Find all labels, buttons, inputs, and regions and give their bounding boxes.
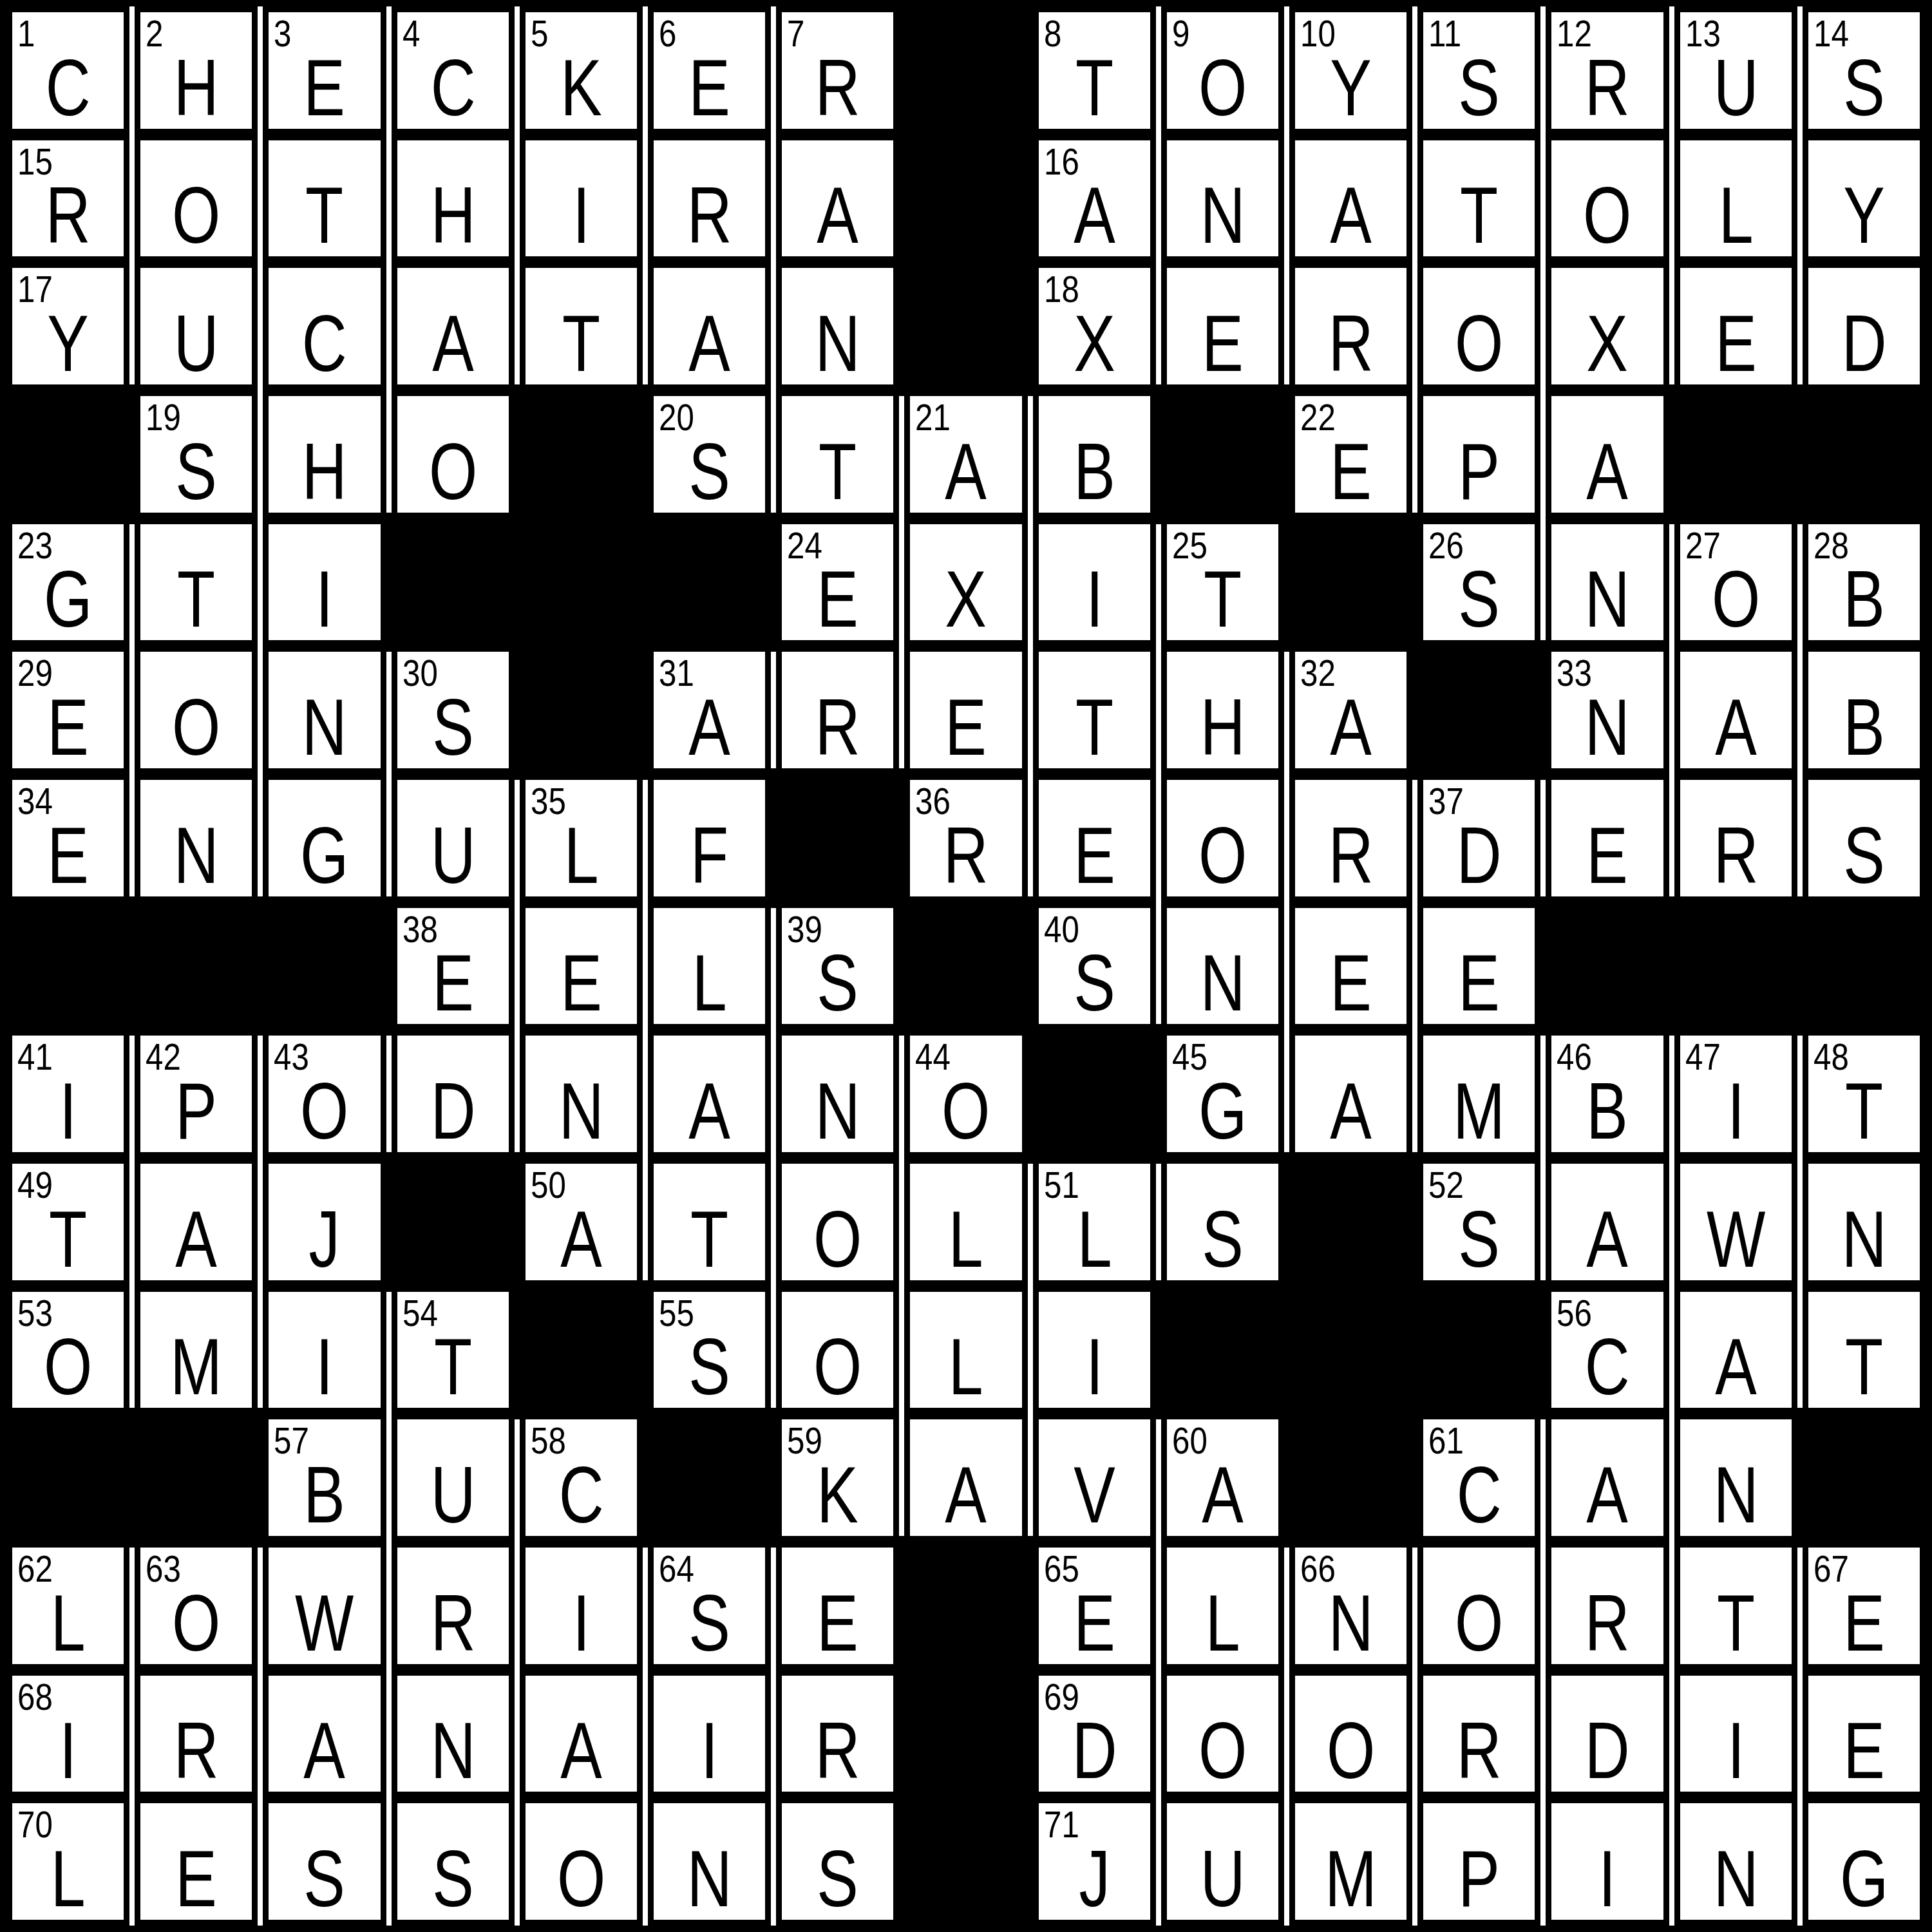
cell-letter: A [1051,175,1138,255]
cell-letter: N [1692,1839,1779,1918]
cell-letter: S [1435,1199,1522,1279]
cell-letter: S [666,1327,753,1406]
cell-r2c9[interactable]: 16A [1033,135,1156,263]
cell-r13c15[interactable]: 67E [1803,1542,1926,1670]
cell-r7c14[interactable]: R [1674,774,1797,902]
cell-r10c8[interactable]: L [904,1158,1027,1286]
cell-r1c2[interactable]: 2H [135,6,258,135]
cell-r5c15[interactable]: 28B [1803,518,1926,647]
cell-r9c2[interactable]: 42P [135,1030,258,1158]
cell-letter: E [1051,815,1138,895]
cell-r10c2[interactable]: A [135,1158,258,1286]
cell-r3c7[interactable]: N [776,262,899,390]
cell-r11c14[interactable]: A [1674,1286,1797,1414]
cell-r6c15[interactable]: B [1803,646,1926,774]
cell-letter: E [1564,815,1651,895]
cell-r9c8[interactable]: 44O [904,1030,1027,1158]
cell-r2c13[interactable]: O [1546,135,1669,263]
cell-r12c9[interactable]: V [1033,1414,1156,1542]
cell-r3c2[interactable]: U [135,262,258,390]
cell-r11c13[interactable]: 56C [1546,1286,1669,1414]
cell-r6c3[interactable]: N [263,646,386,774]
cell-r4c9[interactable]: B [1033,390,1156,518]
block-r4c1 [6,390,129,518]
cell-r12c12[interactable]: 61C [1417,1414,1540,1542]
cell-r2c1[interactable]: 15R [6,135,129,263]
cell-r4c4[interactable]: O [392,390,515,518]
cell-r6c8[interactable]: E [904,646,1027,774]
cell-r2c3[interactable]: T [263,135,386,263]
cell-letter: S [666,431,753,511]
cell-r15c6[interactable]: N [648,1797,771,1926]
cell-r2c5[interactable]: I [520,135,643,263]
cell-r7c12[interactable]: 37D [1417,774,1540,902]
cell-r11c2[interactable]: M [135,1286,258,1414]
cell-r10c3[interactable]: J [263,1158,386,1286]
cell-r14c4[interactable]: N [392,1670,515,1798]
cell-r1c7[interactable]: 7R [776,6,899,135]
cell-letter: S [410,1839,497,1918]
cell-r7c10[interactable]: O [1161,774,1284,902]
cell-r6c9[interactable]: T [1033,646,1156,774]
cell-letter: O [1307,1710,1394,1790]
cell-letter: T [538,303,625,383]
block-r5c4 [392,518,515,647]
cell-r1c1[interactable]: 1C [6,6,129,135]
block-r8c1 [6,902,129,1030]
block-r14c8 [904,1670,1027,1798]
cell-letter: S [1179,1199,1266,1279]
cell-r14c1[interactable]: 68I [6,1670,129,1798]
cell-r9c4[interactable]: D [392,1030,515,1158]
cell-r6c13[interactable]: 33N [1546,646,1669,774]
cell-r1c3[interactable]: 3E [263,6,386,135]
cell-letter: T [410,1327,497,1406]
cell-letter: N [794,1071,881,1151]
cell-letter: E [153,1839,240,1918]
cell-letter: C [538,1455,625,1535]
cell-r5c7[interactable]: 24E [776,518,899,647]
cell-r12c7[interactable]: 59K [776,1414,899,1542]
cell-letter: L [24,1839,111,1918]
block-r15c8 [904,1797,1027,1926]
cell-r15c7[interactable]: S [776,1797,899,1926]
cell-r1c4[interactable]: 4C [392,6,515,135]
cell-r4c12[interactable]: P [1417,390,1540,518]
cell-letter: E [1821,1583,1908,1663]
cell-letter: A [666,1071,753,1151]
cell-letter: O [794,1327,881,1406]
cell-r15c5[interactable]: O [520,1797,643,1926]
cell-r13c1[interactable]: 62L [6,1542,129,1670]
cell-letter: E [666,48,753,128]
cell-letter: S [281,1839,368,1918]
cell-letter: L [538,815,625,895]
cell-r15c4[interactable]: S [392,1797,515,1926]
block-r8c13 [1546,902,1669,1030]
cell-letter: A [1692,687,1779,767]
cell-r12c5[interactable]: 58C [520,1414,643,1542]
block-r13c8 [904,1542,1027,1670]
cell-r5c10[interactable]: 25T [1161,518,1284,647]
cell-letter: A [666,303,753,383]
cell-r7c4[interactable]: U [392,774,515,902]
cell-r13c14[interactable]: T [1674,1542,1797,1670]
cell-r10c10[interactable]: S [1161,1158,1284,1286]
cell-letter: I [24,1071,111,1151]
cell-r13c2[interactable]: 63O [135,1542,258,1670]
cell-r15c10[interactable]: U [1161,1797,1284,1926]
cell-letter: N [1564,687,1651,767]
cell-letter: A [666,687,753,767]
cell-r10c5[interactable]: 50A [520,1158,643,1286]
cell-r2c15[interactable]: Y [1803,135,1926,263]
cell-r13c4[interactable]: R [392,1542,515,1670]
cell-r7c15[interactable]: S [1803,774,1926,902]
cell-letter: I [1692,1071,1779,1151]
cell-r5c9[interactable]: I [1033,518,1156,647]
cell-r5c1[interactable]: 23G [6,518,129,647]
cell-r13c7[interactable]: E [776,1542,899,1670]
cell-r4c8[interactable]: 21A [904,390,1027,518]
cell-letter: L [922,1199,1009,1279]
cell-r9c13[interactable]: 46B [1546,1030,1669,1158]
cell-r3c5[interactable]: T [520,262,643,390]
block-r11c12 [1417,1286,1540,1414]
cell-r2c2[interactable]: O [135,135,258,263]
cell-r5c3[interactable]: I [263,518,386,647]
cell-r15c3[interactable]: S [263,1797,386,1926]
cell-r10c12[interactable]: 52S [1417,1158,1540,1286]
cell-r8c10[interactable]: N [1161,902,1284,1030]
cell-letter: T [1435,175,1522,255]
cell-r14c12[interactable]: R [1417,1670,1540,1798]
cell-r11c1[interactable]: 53O [6,1286,129,1414]
block-r12c2 [135,1414,258,1542]
cell-r7c9[interactable]: E [1033,774,1156,902]
cell-letter: S [1821,815,1908,895]
cell-r2c6[interactable]: R [648,135,771,263]
cell-letter: B [1821,687,1908,767]
cell-r13c5[interactable]: I [520,1542,643,1670]
cell-letter: R [1564,48,1651,128]
cell-r9c15[interactable]: 48T [1803,1030,1926,1158]
cell-r6c4[interactable]: 30S [392,646,515,774]
cell-r4c7[interactable]: T [776,390,899,518]
cell-r5c13[interactable]: N [1546,518,1669,647]
cell-r14c14[interactable]: I [1674,1670,1797,1798]
cell-r15c11[interactable]: M [1289,1797,1412,1926]
cell-r8c4[interactable]: 38E [392,902,515,1030]
cell-letter: D [1051,1710,1138,1790]
cell-r10c15[interactable]: N [1803,1158,1926,1286]
cell-r2c7[interactable]: A [776,135,899,263]
cell-r8c5[interactable]: E [520,902,643,1030]
cell-r7c6[interactable]: F [648,774,771,902]
cell-letter: M [153,1327,240,1406]
cell-letter: T [666,1199,753,1279]
cell-letter: I [1692,1710,1779,1790]
cell-r13c6[interactable]: 64S [648,1542,771,1670]
cell-r3c13[interactable]: X [1546,262,1669,390]
cell-r7c8[interactable]: 36R [904,774,1027,902]
cell-letter: I [281,1327,368,1406]
cell-r9c6[interactable]: A [648,1030,771,1158]
cell-r12c4[interactable]: U [392,1414,515,1542]
cell-r4c13[interactable]: A [1546,390,1669,518]
cell-r1c14[interactable]: 13U [1674,6,1797,135]
block-r8c3 [263,902,386,1030]
cell-letter: A [1307,1071,1394,1151]
cell-letter: S [153,431,240,511]
cell-r2c12[interactable]: T [1417,135,1540,263]
cell-letter: S [794,943,881,1023]
cell-r3c1[interactable]: 17Y [6,262,129,390]
cell-letter: N [1564,559,1651,639]
cell-letter: A [1307,175,1394,255]
cell-r15c1[interactable]: 70L [6,1797,129,1926]
cell-r7c13[interactable]: E [1546,774,1669,902]
cell-letter: R [1307,815,1394,895]
cell-r9c12[interactable]: M [1417,1030,1540,1158]
cell-letter: T [1821,1071,1908,1151]
cell-r13c13[interactable]: R [1546,1542,1669,1670]
cell-letter: A [922,1455,1009,1535]
cell-letter: U [1692,48,1779,128]
cell-letter: I [1051,559,1138,639]
cell-r9c7[interactable]: N [776,1030,899,1158]
cell-r1c5[interactable]: 5K [520,6,643,135]
cell-r9c14[interactable]: 47I [1674,1030,1797,1158]
cell-r1c15[interactable]: 14S [1803,6,1926,135]
cell-letter: H [1179,687,1266,767]
cell-r3c9[interactable]: 18X [1033,262,1156,390]
cell-r11c6[interactable]: 55S [648,1286,771,1414]
cell-r9c1[interactable]: 41I [6,1030,129,1158]
cell-r13c10[interactable]: L [1161,1542,1284,1670]
cell-r5c2[interactable]: T [135,518,258,647]
cell-r3c4[interactable]: A [392,262,515,390]
cell-r2c14[interactable]: L [1674,135,1797,263]
cell-r7c3[interactable]: G [263,774,386,902]
cell-r7c1[interactable]: 34E [6,774,129,902]
cell-letter: E [794,1583,881,1663]
cell-r1c9[interactable]: 8T [1033,6,1156,135]
cell-letter: C [1435,1455,1522,1535]
cell-r12c3[interactable]: 57B [263,1414,386,1542]
cell-r5c8[interactable]: X [904,518,1027,647]
cell-r8c12[interactable]: E [1417,902,1540,1030]
cell-letter: W [281,1583,368,1663]
cell-letter: I [24,1710,111,1790]
cell-r13c3[interactable]: W [263,1542,386,1670]
cell-r15c9[interactable]: 71J [1033,1797,1156,1926]
cell-r8c9[interactable]: 40S [1033,902,1156,1030]
block-r5c11 [1289,518,1412,647]
block-r11c5 [520,1286,643,1414]
cell-letter: R [922,815,1009,895]
cell-r10c1[interactable]: 49T [6,1158,129,1286]
cell-letter: E [1307,431,1394,511]
cell-r11c3[interactable]: I [263,1286,386,1414]
block-r1c8 [904,6,1027,135]
cell-letter: X [922,559,1009,639]
cell-letter: O [1179,815,1266,895]
cell-r9c11[interactable]: A [1289,1030,1412,1158]
cell-r13c12[interactable]: O [1417,1542,1540,1670]
cell-r14c15[interactable]: E [1803,1670,1926,1798]
cell-r8c7[interactable]: 39S [776,902,899,1030]
cell-letter: E [1179,303,1266,383]
block-r4c14 [1674,390,1797,518]
cell-r11c7[interactable]: O [776,1286,899,1414]
cell-r3c6[interactable]: A [648,262,771,390]
cell-letter: M [1307,1839,1394,1918]
block-r12c6 [648,1414,771,1542]
cell-r6c1[interactable]: 29E [6,646,129,774]
block-r12c1 [6,1414,129,1542]
block-r4c15 [1803,390,1926,518]
cell-letter: X [1051,303,1138,383]
cell-r6c2[interactable]: O [135,646,258,774]
cell-r14c5[interactable]: A [520,1670,643,1798]
cell-letter: A [1179,1455,1266,1535]
cell-r4c6[interactable]: 20S [648,390,771,518]
cell-r5c12[interactable]: 26S [1417,518,1540,647]
cell-r8c11[interactable]: E [1289,902,1412,1030]
cell-letter: T [24,1199,111,1279]
cell-r7c2[interactable]: N [135,774,258,902]
cell-r12c13[interactable]: A [1546,1414,1669,1542]
cell-r15c13[interactable]: I [1546,1797,1669,1926]
cell-r15c2[interactable]: E [135,1797,258,1926]
cell-letter: G [24,559,111,639]
cell-letter: O [153,687,240,767]
cell-r14c3[interactable]: A [263,1670,386,1798]
cell-r14c9[interactable]: 69D [1033,1670,1156,1798]
cell-r10c6[interactable]: T [648,1158,771,1286]
cell-letter: N [794,303,881,383]
cell-r10c13[interactable]: A [1546,1158,1669,1286]
cell-r11c15[interactable]: T [1803,1286,1926,1414]
cell-r7c11[interactable]: R [1289,774,1412,902]
cell-letter: B [1564,1071,1651,1151]
cell-r4c11[interactable]: 22E [1289,390,1412,518]
cell-r13c11[interactable]: 66N [1289,1542,1412,1670]
cell-r1c6[interactable]: 6E [648,6,771,135]
cell-r1c11[interactable]: 10Y [1289,6,1412,135]
cell-r14c6[interactable]: I [648,1670,771,1798]
cell-r12c8[interactable]: A [904,1414,1027,1542]
cell-letter: D [1564,1710,1651,1790]
cell-letter: R [794,48,881,128]
cell-r10c7[interactable]: O [776,1158,899,1286]
cell-r10c9[interactable]: 51L [1033,1158,1156,1286]
cell-r3c11[interactable]: R [1289,262,1412,390]
block-r12c11 [1289,1414,1412,1542]
cell-r6c14[interactable]: A [1674,646,1797,774]
cell-r3c10[interactable]: E [1161,262,1284,390]
cell-r3c14[interactable]: E [1674,262,1797,390]
cell-letter: P [153,1071,240,1151]
cell-letter: R [794,687,881,767]
cell-letter: L [922,1327,1009,1406]
cell-letter: N [410,1710,497,1790]
cell-letter: A [1564,431,1651,511]
cell-letter: U [153,303,240,383]
cell-r15c12[interactable]: P [1417,1797,1540,1926]
cell-letter: A [794,175,881,255]
cell-letter: I [538,175,625,255]
cell-r7c5[interactable]: 35L [520,774,643,902]
cell-r14c7[interactable]: R [776,1670,899,1798]
cell-r1c10[interactable]: 9O [1161,6,1284,135]
cell-r3c3[interactable]: C [263,262,386,390]
block-r7c7 [776,774,899,902]
cell-letter: W [1692,1199,1779,1279]
cell-letter: H [281,431,368,511]
cell-r11c4[interactable]: 54T [392,1286,515,1414]
cell-r10c14[interactable]: W [1674,1158,1797,1286]
cell-letter: A [538,1710,625,1790]
cell-r3c15[interactable]: D [1803,262,1926,390]
cell-r12c10[interactable]: 60A [1161,1414,1284,1542]
cell-r13c9[interactable]: 65E [1033,1542,1156,1670]
cell-r2c4[interactable]: H [392,135,515,263]
cell-letter: O [538,1839,625,1918]
cell-letter: A [538,1199,625,1279]
cell-letter: N [281,687,368,767]
cell-r5c14[interactable]: 27O [1674,518,1797,647]
cell-r14c13[interactable]: D [1546,1670,1669,1798]
block-r3c8 [904,262,1027,390]
cell-r6c10[interactable]: H [1161,646,1284,774]
cell-r12c14[interactable]: N [1674,1414,1797,1542]
cell-r9c5[interactable]: N [520,1030,643,1158]
cell-r1c13[interactable]: 12R [1546,6,1669,135]
cell-r15c15[interactable]: G [1803,1797,1926,1926]
block-r6c12 [1417,646,1540,774]
cell-letter: L [24,1583,111,1663]
cell-r4c3[interactable]: H [263,390,386,518]
cell-r11c9[interactable]: I [1033,1286,1156,1414]
cell-r9c10[interactable]: 45G [1161,1030,1284,1158]
cell-letter: R [1307,303,1394,383]
cell-r1c12[interactable]: 11S [1417,6,1540,135]
cell-r15c14[interactable]: N [1674,1797,1797,1926]
cell-r6c6[interactable]: 31A [648,646,771,774]
cell-r14c2[interactable]: R [135,1670,258,1798]
cell-r2c11[interactable]: A [1289,135,1412,263]
cell-r4c2[interactable]: 19S [135,390,258,518]
cell-r9c3[interactable]: 43O [263,1030,386,1158]
cell-letter: S [794,1839,881,1918]
cell-r3c12[interactable]: O [1417,262,1540,390]
cell-r6c11[interactable]: 32A [1289,646,1412,774]
cell-letter: E [24,687,111,767]
cell-letter: E [1435,943,1522,1023]
cell-letter: A [1307,687,1394,767]
cell-r14c11[interactable]: O [1289,1670,1412,1798]
cell-r14c10[interactable]: O [1161,1670,1284,1798]
cell-r6c7[interactable]: R [776,646,899,774]
cell-r8c6[interactable]: L [648,902,771,1030]
cell-r2c10[interactable]: N [1161,135,1284,263]
cell-letter: D [410,1071,497,1151]
cell-letter: N [1821,1199,1908,1279]
cell-r11c8[interactable]: L [904,1286,1027,1414]
cell-letter: K [794,1455,881,1535]
